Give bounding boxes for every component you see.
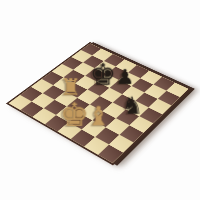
chess-board-photo: ♚♜♝♚♟♞	[0, 0, 200, 200]
chess-board: ♚♜♝♚♟♞	[6, 42, 191, 165]
